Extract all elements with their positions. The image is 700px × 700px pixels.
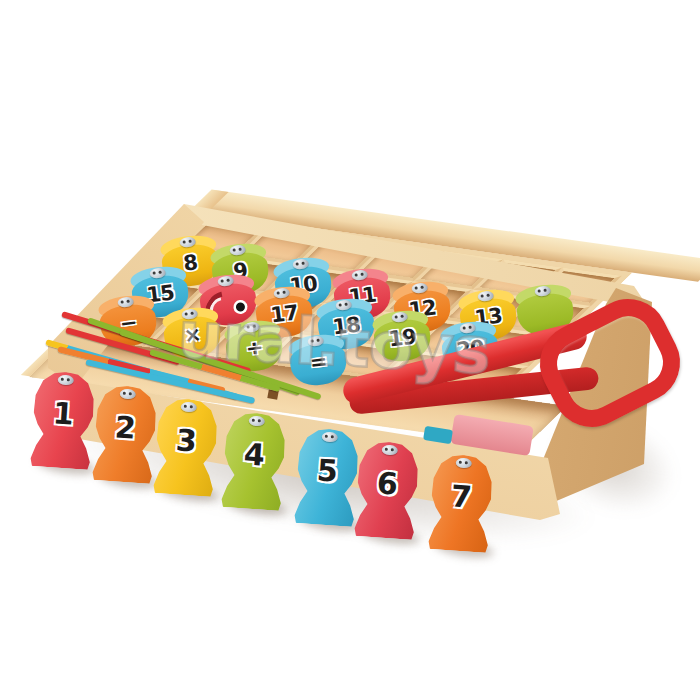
screw-eyelet-icon	[381, 445, 398, 456]
screw-eyelet-icon	[180, 402, 197, 413]
screw-eyelet-icon	[119, 389, 136, 400]
fish-label: 6	[353, 464, 421, 504]
fish-label: 1	[29, 394, 97, 434]
fish-label: 2	[91, 408, 159, 448]
screw-eyelet-icon	[248, 416, 265, 427]
fish-label: 3	[152, 421, 220, 461]
product-photo-stage: 8 9 10 11 12 13 15 17 18 19 20 − × ÷ = 1…	[0, 0, 700, 700]
screw-eyelet-icon	[455, 458, 472, 469]
fish-label: 5	[293, 451, 361, 491]
screw-eyelet-icon	[321, 432, 338, 443]
fish-label: 4	[220, 435, 288, 475]
screw-eyelet-icon	[57, 375, 74, 386]
fish-label: 7	[427, 477, 495, 517]
